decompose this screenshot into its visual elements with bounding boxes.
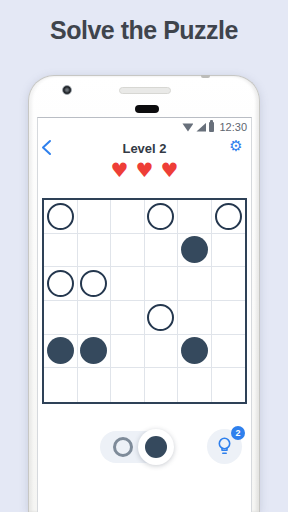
cell-r6c6[interactable]: [212, 368, 246, 402]
black-piece: [80, 337, 107, 364]
cell-r6c3[interactable]: [111, 368, 145, 402]
cell-r6c4[interactable]: [145, 368, 179, 402]
lives-hearts: ♥♥♥: [38, 160, 251, 180]
settings-button[interactable]: ⚙: [227, 137, 245, 155]
black-piece: [181, 337, 208, 364]
cell-r2c6[interactable]: [212, 234, 246, 268]
black-piece: [47, 337, 74, 364]
cell-r2c5[interactable]: [178, 234, 212, 268]
heart-icon: ♥: [111, 158, 136, 182]
cell-r4c1[interactable]: [44, 301, 78, 335]
white-piece: [147, 203, 174, 230]
white-piece: [80, 270, 107, 297]
cell-r3c3[interactable]: [111, 267, 145, 301]
cell-r4c6[interactable]: [212, 301, 246, 335]
lightbulb-icon: [216, 437, 233, 456]
white-piece: [47, 203, 74, 230]
cellular-signal-icon: [196, 123, 206, 132]
phone-frame: 12:30 Level 2 ⚙ ♥♥♥: [28, 75, 260, 512]
status-time: 12:30: [219, 121, 247, 133]
heart-icon: ♥: [136, 158, 161, 182]
board: [42, 198, 247, 404]
black-piece-disc: [145, 436, 167, 458]
cell-r3c5[interactable]: [178, 267, 212, 301]
cell-r2c1[interactable]: [44, 234, 78, 268]
phone-top-button: [201, 75, 210, 78]
cell-r5c3[interactable]: [111, 335, 145, 369]
white-piece: [47, 270, 74, 297]
battery-icon: [209, 122, 214, 132]
cell-r5c4[interactable]: [145, 335, 179, 369]
white-piece: [147, 304, 174, 331]
heart-icon: ♥: [160, 158, 185, 182]
cell-r2c3[interactable]: [111, 234, 145, 268]
gear-icon: ⚙: [229, 137, 242, 155]
speaker-slot: [119, 87, 171, 94]
cell-r3c1[interactable]: [44, 267, 78, 301]
front-camera: [62, 85, 72, 95]
cell-r1c1[interactable]: [44, 200, 78, 234]
cell-r3c2[interactable]: [78, 267, 112, 301]
page-title: Solve the Puzzle: [0, 16, 288, 45]
cell-r5c6[interactable]: [212, 335, 246, 369]
cell-r6c2[interactable]: [78, 368, 112, 402]
cell-r5c5[interactable]: [178, 335, 212, 369]
phone-screen: 12:30 Level 2 ⚙ ♥♥♥: [37, 117, 252, 512]
cell-r5c2[interactable]: [78, 335, 112, 369]
cell-r4c4[interactable]: [145, 301, 179, 335]
black-piece: [181, 236, 208, 263]
white-piece: [215, 203, 242, 230]
hint-button[interactable]: 2: [207, 429, 242, 464]
black-piece-option-selected[interactable]: [138, 429, 174, 465]
status-bar: 12:30: [182, 120, 247, 134]
white-piece-option[interactable]: [113, 437, 133, 457]
cell-r5c1[interactable]: [44, 335, 78, 369]
earpiece-pill: [135, 105, 159, 113]
cell-r2c4[interactable]: [145, 234, 179, 268]
piece-palette: [100, 431, 170, 463]
cell-r1c5[interactable]: [178, 200, 212, 234]
wifi-icon: [182, 123, 193, 132]
cell-r1c3[interactable]: [111, 200, 145, 234]
cell-r1c4[interactable]: [145, 200, 179, 234]
cell-r4c5[interactable]: [178, 301, 212, 335]
screenshot-stage: Solve the Puzzle 12:30 Level 2 ⚙: [0, 0, 288, 512]
cell-r1c6[interactable]: [212, 200, 246, 234]
cell-r3c6[interactable]: [212, 267, 246, 301]
cell-r2c2[interactable]: [78, 234, 112, 268]
level-title: Level 2: [38, 141, 251, 156]
cell-r1c2[interactable]: [78, 200, 112, 234]
cell-r6c1[interactable]: [44, 368, 78, 402]
cell-r4c2[interactable]: [78, 301, 112, 335]
nav-bar: Level 2 ⚙: [38, 138, 251, 158]
cell-r4c3[interactable]: [111, 301, 145, 335]
cell-r6c5[interactable]: [178, 368, 212, 402]
cell-r3c4[interactable]: [145, 267, 179, 301]
hint-count-badge: 2: [231, 426, 245, 440]
